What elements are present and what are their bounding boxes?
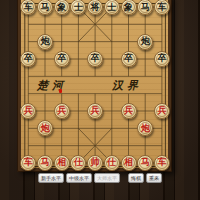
river-label-left: 楚河: [37, 78, 67, 93]
piece-label: 车: [24, 3, 33, 12]
piece-label: 卒: [91, 54, 100, 63]
piece-label: 兵: [124, 106, 133, 115]
piece-red-soldier-4[interactable]: 兵: [121, 103, 137, 119]
restart-button[interactable]: 重来: [146, 173, 162, 183]
level-intermediate-button[interactable]: 中级水平: [66, 173, 92, 183]
piece-label: 兵: [91, 106, 100, 115]
move-indicator-dot: [59, 89, 62, 93]
piece-red-chariot-right[interactable]: 车: [154, 155, 170, 171]
piece-red-elephant-right[interactable]: 相: [121, 155, 137, 171]
piece-label: 兵: [24, 106, 33, 115]
undo-button[interactable]: 悔棋: [128, 173, 144, 183]
piece-label: 相: [57, 158, 66, 167]
piece-red-soldier-2[interactable]: 兵: [54, 103, 70, 119]
piece-label: 马: [141, 3, 150, 12]
piece-label: 士: [74, 3, 83, 12]
piece-label: 炮: [141, 124, 150, 133]
piece-label: 马: [41, 3, 50, 12]
piece-label: 马: [41, 158, 50, 167]
piece-black-cannon-right[interactable]: 炮: [137, 34, 153, 50]
piece-red-advisor-right[interactable]: 仕: [104, 155, 120, 171]
piece-label: 象: [124, 3, 133, 12]
piece-black-soldier-4[interactable]: 卒: [121, 51, 137, 67]
piece-label: 车: [24, 158, 33, 167]
piece-label: 帅: [91, 158, 100, 167]
piece-label: 仕: [74, 158, 83, 167]
piece-black-cannon-left[interactable]: 炮: [37, 34, 53, 50]
piece-black-soldier-2[interactable]: 卒: [54, 51, 70, 67]
piece-black-soldier-5[interactable]: 卒: [154, 51, 170, 67]
piece-black-advisor-right[interactable]: 士: [104, 0, 120, 15]
piece-label: 相: [124, 158, 133, 167]
piece-red-general[interactable]: 帅: [87, 155, 103, 171]
piece-black-elephant-right[interactable]: 象: [121, 0, 137, 15]
piece-label: 卒: [157, 54, 166, 63]
piece-black-chariot-right[interactable]: 车: [154, 0, 170, 15]
piece-label: 炮: [41, 124, 50, 133]
piece-red-horse-left[interactable]: 马: [37, 155, 53, 171]
piece-label: 车: [157, 3, 166, 12]
control-button-bar: 新手水平中级水平大师水平悔棋重来: [0, 173, 200, 183]
level-master-button[interactable]: 大师水平: [94, 173, 120, 183]
piece-label: 兵: [157, 106, 166, 115]
piece-label: 士: [107, 3, 116, 12]
piece-label: 炮: [41, 37, 50, 46]
piece-label: 卒: [57, 54, 66, 63]
piece-label: 炮: [141, 37, 150, 46]
piece-label: 马: [141, 158, 150, 167]
piece-label: 象: [57, 3, 66, 12]
piece-label: 卒: [24, 54, 33, 63]
piece-black-elephant-left[interactable]: 象: [54, 0, 70, 15]
piece-black-soldier-3[interactable]: 卒: [87, 51, 103, 67]
piece-red-soldier-3[interactable]: 兵: [87, 103, 103, 119]
piece-label: 将: [91, 3, 100, 12]
river-label-right: 汉界: [112, 78, 142, 93]
piece-label: 仕: [107, 158, 116, 167]
piece-label: 卒: [124, 54, 133, 63]
piece-red-elephant-left[interactable]: 相: [54, 155, 70, 171]
level-novice-button[interactable]: 新手水平: [38, 173, 64, 183]
piece-label: 兵: [57, 106, 66, 115]
piece-label: 车: [157, 158, 166, 167]
piece-red-soldier-5[interactable]: 兵: [154, 103, 170, 119]
xiangqi-game-screen: 楚河 汉界 车马象士将士象马车炮炮卒卒卒卒卒兵兵兵兵兵炮炮车马相仕帅仕相马车 新…: [0, 0, 200, 200]
